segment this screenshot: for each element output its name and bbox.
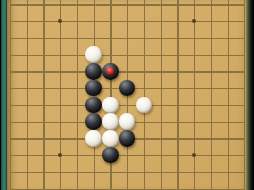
white-stone — [119, 113, 136, 130]
stones-layer — [7, 0, 247, 190]
right-window-edge — [246, 0, 254, 190]
game-screen — [0, 0, 254, 190]
black-stone — [102, 63, 119, 80]
black-stone — [102, 147, 119, 164]
black-stone — [85, 63, 102, 80]
gomoku-board[interactable] — [7, 0, 247, 190]
white-stone — [102, 113, 119, 130]
white-stone — [102, 97, 119, 114]
white-stone — [85, 130, 102, 147]
black-stone — [85, 113, 102, 130]
black-stone — [119, 130, 136, 147]
white-stone — [136, 97, 153, 114]
black-stone — [85, 80, 102, 97]
last-move-marker — [107, 68, 114, 75]
white-stone — [102, 130, 119, 147]
black-stone — [119, 80, 136, 97]
black-stone — [85, 97, 102, 114]
white-stone — [85, 46, 102, 63]
